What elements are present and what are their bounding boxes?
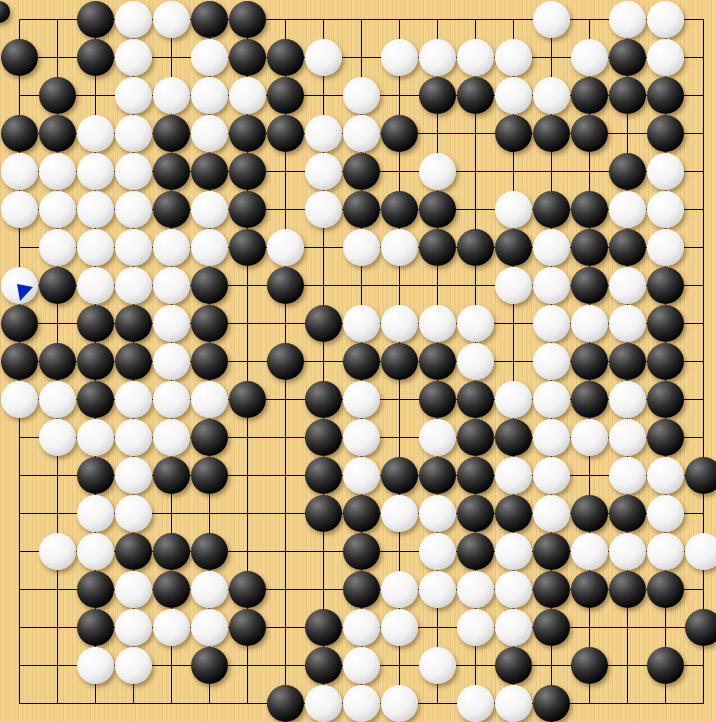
black-stone[interactable]	[647, 77, 684, 114]
white-stone[interactable]	[115, 267, 152, 304]
last-move-triangle-marker	[16, 283, 36, 303]
white-stone[interactable]	[609, 267, 646, 304]
white-stone[interactable]	[77, 115, 114, 152]
white-stone[interactable]	[191, 571, 228, 608]
white-stone[interactable]	[647, 533, 684, 570]
black-stone[interactable]	[571, 77, 608, 114]
white-stone[interactable]	[305, 153, 342, 190]
black-stone[interactable]	[495, 647, 532, 684]
white-stone[interactable]	[39, 381, 76, 418]
black-stone[interactable]	[305, 457, 342, 494]
black-stone[interactable]	[457, 533, 494, 570]
black-stone[interactable]	[153, 533, 190, 570]
black-stone[interactable]	[229, 609, 266, 646]
black-stone[interactable]	[77, 305, 114, 342]
black-stone[interactable]	[571, 495, 608, 532]
white-stone[interactable]	[381, 229, 418, 266]
black-stone[interactable]	[77, 571, 114, 608]
white-stone[interactable]	[685, 533, 716, 570]
black-stone[interactable]	[685, 609, 716, 646]
black-stone[interactable]	[419, 381, 456, 418]
black-stone[interactable]	[1, 39, 38, 76]
black-stone[interactable]	[229, 229, 266, 266]
black-stone[interactable]	[647, 571, 684, 608]
white-stone[interactable]	[115, 457, 152, 494]
white-stone[interactable]	[115, 39, 152, 76]
black-stone[interactable]	[533, 571, 570, 608]
black-stone[interactable]	[229, 115, 266, 152]
black-stone[interactable]	[609, 229, 646, 266]
white-stone[interactable]	[647, 191, 684, 228]
black-stone[interactable]	[457, 381, 494, 418]
black-stone[interactable]	[571, 267, 608, 304]
black-stone[interactable]	[191, 343, 228, 380]
white-stone[interactable]	[647, 229, 684, 266]
black-stone[interactable]	[115, 305, 152, 342]
black-stone[interactable]	[609, 153, 646, 190]
white-stone[interactable]	[495, 267, 532, 304]
white-stone[interactable]	[457, 685, 494, 722]
white-stone[interactable]	[153, 267, 190, 304]
black-stone[interactable]	[191, 647, 228, 684]
white-stone[interactable]	[1, 153, 38, 190]
black-stone[interactable]	[153, 191, 190, 228]
white-stone[interactable]	[495, 609, 532, 646]
black-stone[interactable]	[191, 457, 228, 494]
white-stone[interactable]	[381, 39, 418, 76]
black-stone[interactable]	[647, 381, 684, 418]
white-stone[interactable]	[647, 39, 684, 76]
white-stone[interactable]	[191, 609, 228, 646]
white-stone[interactable]	[647, 457, 684, 494]
white-stone[interactable]	[571, 419, 608, 456]
black-stone[interactable]	[267, 115, 304, 152]
white-stone[interactable]	[267, 229, 304, 266]
white-stone[interactable]	[153, 381, 190, 418]
white-stone[interactable]	[609, 457, 646, 494]
black-stone[interactable]	[457, 77, 494, 114]
white-stone[interactable]	[39, 419, 76, 456]
white-stone[interactable]	[647, 1, 684, 38]
white-stone[interactable]	[115, 1, 152, 38]
white-stone[interactable]	[153, 609, 190, 646]
white-stone[interactable]	[381, 495, 418, 532]
white-stone[interactable]	[533, 419, 570, 456]
black-stone[interactable]	[457, 419, 494, 456]
black-stone[interactable]	[419, 457, 456, 494]
white-stone[interactable]	[609, 419, 646, 456]
white-stone[interactable]	[609, 1, 646, 38]
white-stone[interactable]	[39, 229, 76, 266]
black-stone[interactable]	[647, 305, 684, 342]
black-stone[interactable]	[609, 77, 646, 114]
white-stone[interactable]	[77, 495, 114, 532]
black-stone[interactable]	[77, 343, 114, 380]
white-stone[interactable]	[77, 267, 114, 304]
white-stone[interactable]	[495, 39, 532, 76]
black-stone[interactable]	[229, 39, 266, 76]
white-stone[interactable]	[343, 419, 380, 456]
black-stone[interactable]	[343, 571, 380, 608]
black-stone[interactable]	[419, 191, 456, 228]
black-stone[interactable]	[191, 1, 228, 38]
black-stone[interactable]	[647, 343, 684, 380]
white-stone[interactable]	[153, 343, 190, 380]
white-stone[interactable]	[305, 685, 342, 722]
white-stone[interactable]	[457, 609, 494, 646]
black-stone[interactable]	[495, 495, 532, 532]
black-stone[interactable]	[343, 153, 380, 190]
black-stone[interactable]	[267, 77, 304, 114]
black-stone[interactable]	[495, 229, 532, 266]
black-stone[interactable]	[343, 343, 380, 380]
white-stone[interactable]	[609, 305, 646, 342]
black-stone[interactable]	[457, 495, 494, 532]
black-stone[interactable]	[1, 115, 38, 152]
white-stone[interactable]	[77, 229, 114, 266]
white-stone[interactable]	[77, 191, 114, 228]
white-stone[interactable]	[115, 647, 152, 684]
white-stone[interactable]	[229, 77, 266, 114]
white-stone[interactable]	[191, 229, 228, 266]
white-stone[interactable]	[609, 191, 646, 228]
black-stone[interactable]	[609, 571, 646, 608]
black-stone[interactable]	[647, 419, 684, 456]
black-stone[interactable]	[609, 39, 646, 76]
white-stone[interactable]	[457, 571, 494, 608]
black-stone[interactable]	[39, 115, 76, 152]
white-stone[interactable]	[77, 419, 114, 456]
black-stone[interactable]	[153, 153, 190, 190]
black-stone[interactable]	[419, 77, 456, 114]
white-stone[interactable]	[419, 647, 456, 684]
white-stone[interactable]	[381, 305, 418, 342]
black-stone[interactable]	[647, 115, 684, 152]
go-board[interactable]	[0, 0, 716, 722]
white-stone[interactable]	[39, 191, 76, 228]
white-stone[interactable]	[39, 153, 76, 190]
white-stone[interactable]	[191, 77, 228, 114]
black-stone[interactable]	[39, 343, 76, 380]
black-stone[interactable]	[533, 609, 570, 646]
white-stone[interactable]	[381, 571, 418, 608]
black-stone[interactable]	[115, 533, 152, 570]
white-stone[interactable]	[191, 115, 228, 152]
white-stone[interactable]	[1, 191, 38, 228]
white-stone[interactable]	[495, 685, 532, 722]
white-stone[interactable]	[419, 495, 456, 532]
white-stone[interactable]	[533, 457, 570, 494]
white-stone[interactable]	[419, 419, 456, 456]
white-stone[interactable]	[115, 153, 152, 190]
black-stone[interactable]	[305, 419, 342, 456]
black-stone[interactable]	[571, 191, 608, 228]
black-stone[interactable]	[647, 267, 684, 304]
white-stone[interactable]	[191, 381, 228, 418]
black-stone[interactable]	[305, 381, 342, 418]
black-stone[interactable]	[343, 191, 380, 228]
white-stone[interactable]	[609, 381, 646, 418]
white-stone[interactable]	[495, 77, 532, 114]
white-stone[interactable]	[115, 495, 152, 532]
black-stone[interactable]	[609, 495, 646, 532]
white-stone[interactable]	[305, 115, 342, 152]
black-stone[interactable]	[533, 191, 570, 228]
white-stone[interactable]	[153, 419, 190, 456]
white-stone[interactable]	[381, 609, 418, 646]
black-stone[interactable]	[381, 343, 418, 380]
black-stone[interactable]	[609, 343, 646, 380]
white-stone[interactable]	[343, 229, 380, 266]
white-stone[interactable]	[533, 267, 570, 304]
black-stone[interactable]	[153, 115, 190, 152]
white-stone[interactable]	[343, 305, 380, 342]
black-stone[interactable]	[191, 419, 228, 456]
white-stone[interactable]	[115, 381, 152, 418]
white-stone[interactable]	[381, 685, 418, 722]
white-stone[interactable]	[533, 495, 570, 532]
black-stone[interactable]	[77, 381, 114, 418]
black-stone[interactable]	[571, 647, 608, 684]
white-stone[interactable]	[419, 305, 456, 342]
white-stone[interactable]	[343, 685, 380, 722]
white-stone[interactable]	[457, 343, 494, 380]
black-stone[interactable]	[191, 267, 228, 304]
white-stone[interactable]	[495, 533, 532, 570]
black-stone[interactable]	[343, 533, 380, 570]
black-stone[interactable]	[571, 229, 608, 266]
black-stone[interactable]	[153, 457, 190, 494]
white-stone[interactable]	[305, 39, 342, 76]
white-stone[interactable]	[153, 1, 190, 38]
white-stone[interactable]	[533, 1, 570, 38]
black-stone[interactable]	[115, 343, 152, 380]
white-stone[interactable]	[571, 39, 608, 76]
black-stone[interactable]	[39, 77, 76, 114]
white-stone[interactable]	[115, 609, 152, 646]
black-stone[interactable]	[1, 343, 38, 380]
black-stone[interactable]	[229, 153, 266, 190]
white-stone[interactable]	[77, 647, 114, 684]
white-stone[interactable]	[153, 77, 190, 114]
white-stone[interactable]	[571, 305, 608, 342]
white-stone[interactable]	[457, 39, 494, 76]
white-stone[interactable]	[343, 381, 380, 418]
black-stone[interactable]	[267, 267, 304, 304]
white-stone[interactable]	[115, 571, 152, 608]
black-stone[interactable]	[191, 153, 228, 190]
black-stone[interactable]	[267, 685, 304, 722]
black-stone[interactable]	[191, 305, 228, 342]
white-stone[interactable]	[191, 191, 228, 228]
black-stone[interactable]	[191, 533, 228, 570]
black-stone[interactable]	[1, 305, 38, 342]
black-stone[interactable]	[267, 343, 304, 380]
white-stone[interactable]	[495, 571, 532, 608]
black-stone[interactable]	[77, 1, 114, 38]
black-stone[interactable]	[229, 381, 266, 418]
white-stone[interactable]	[343, 609, 380, 646]
black-stone[interactable]	[419, 229, 456, 266]
white-stone[interactable]	[419, 153, 456, 190]
white-stone[interactable]	[1, 381, 38, 418]
black-stone[interactable]	[305, 609, 342, 646]
white-stone[interactable]	[191, 39, 228, 76]
black-stone[interactable]	[77, 457, 114, 494]
black-stone[interactable]	[153, 571, 190, 608]
white-stone[interactable]	[343, 457, 380, 494]
white-stone[interactable]	[647, 153, 684, 190]
black-stone[interactable]	[685, 457, 716, 494]
white-stone[interactable]	[533, 381, 570, 418]
black-stone[interactable]	[229, 191, 266, 228]
white-stone[interactable]	[419, 533, 456, 570]
black-stone[interactable]	[77, 39, 114, 76]
black-stone[interactable]	[457, 229, 494, 266]
white-stone[interactable]	[457, 305, 494, 342]
black-stone[interactable]	[39, 267, 76, 304]
white-stone[interactable]	[495, 191, 532, 228]
white-stone[interactable]	[533, 343, 570, 380]
black-stone[interactable]	[571, 381, 608, 418]
white-stone[interactable]	[115, 77, 152, 114]
white-stone[interactable]	[609, 533, 646, 570]
black-stone[interactable]	[457, 457, 494, 494]
black-stone[interactable]	[381, 115, 418, 152]
white-stone[interactable]	[343, 115, 380, 152]
black-stone[interactable]	[419, 343, 456, 380]
black-stone[interactable]	[381, 457, 418, 494]
white-stone[interactable]	[153, 305, 190, 342]
white-stone[interactable]	[533, 229, 570, 266]
black-stone[interactable]	[647, 647, 684, 684]
white-stone[interactable]	[343, 647, 380, 684]
white-stone[interactable]	[533, 305, 570, 342]
black-stone[interactable]	[305, 305, 342, 342]
white-stone[interactable]	[571, 533, 608, 570]
black-stone[interactable]	[229, 1, 266, 38]
black-stone[interactable]	[305, 647, 342, 684]
black-stone[interactable]	[267, 39, 304, 76]
white-stone[interactable]	[495, 381, 532, 418]
white-stone[interactable]	[115, 229, 152, 266]
black-stone[interactable]	[229, 571, 266, 608]
black-stone[interactable]	[533, 533, 570, 570]
black-stone[interactable]	[533, 115, 570, 152]
black-stone[interactable]	[495, 115, 532, 152]
white-stone[interactable]	[305, 191, 342, 228]
white-stone[interactable]	[153, 229, 190, 266]
white-stone[interactable]	[419, 39, 456, 76]
black-stone[interactable]	[571, 571, 608, 608]
black-stone[interactable]	[343, 495, 380, 532]
white-stone[interactable]	[495, 457, 532, 494]
white-stone[interactable]	[647, 495, 684, 532]
black-stone[interactable]	[571, 115, 608, 152]
white-stone[interactable]	[77, 533, 114, 570]
white-stone[interactable]	[39, 533, 76, 570]
black-stone[interactable]	[381, 191, 418, 228]
black-stone[interactable]	[571, 343, 608, 380]
white-stone[interactable]	[77, 153, 114, 190]
white-stone[interactable]	[115, 191, 152, 228]
black-stone[interactable]	[305, 495, 342, 532]
white-stone[interactable]	[115, 419, 152, 456]
white-stone[interactable]	[419, 571, 456, 608]
black-stone[interactable]	[495, 419, 532, 456]
black-stone[interactable]	[533, 685, 570, 722]
black-stone[interactable]	[77, 609, 114, 646]
white-stone[interactable]	[533, 77, 570, 114]
white-stone[interactable]	[115, 115, 152, 152]
white-stone[interactable]	[343, 77, 380, 114]
